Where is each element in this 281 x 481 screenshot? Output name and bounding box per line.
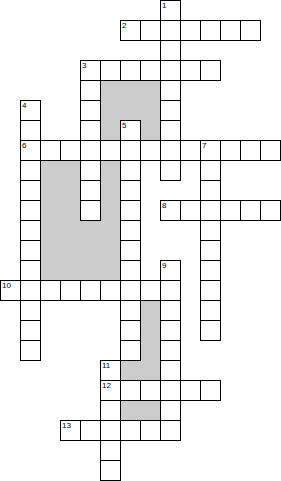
blocked-cell <box>140 80 161 101</box>
crossword-cell[interactable] <box>100 460 121 481</box>
blocked-cell <box>40 160 61 181</box>
blocked-cell <box>60 160 81 181</box>
crossword-cell[interactable] <box>220 200 241 221</box>
crossword-cell[interactable] <box>160 360 181 381</box>
crossword-cell[interactable] <box>80 80 101 101</box>
crossword-cell[interactable] <box>120 260 141 281</box>
crossword-cell[interactable] <box>20 260 41 281</box>
crossword-cell[interactable] <box>20 180 41 201</box>
crossword-cell[interactable] <box>160 380 181 401</box>
crossword-cell[interactable] <box>140 20 161 41</box>
crossword-cell[interactable] <box>220 20 241 41</box>
blocked-cell <box>120 360 141 381</box>
crossword-cell[interactable] <box>20 200 41 221</box>
crossword-cell[interactable] <box>120 380 141 401</box>
crossword-cell[interactable] <box>200 160 221 181</box>
crossword-cell[interactable] <box>180 60 201 81</box>
crossword-cell[interactable] <box>80 420 101 441</box>
crossword-cell[interactable] <box>180 380 201 401</box>
blocked-cell <box>80 260 101 281</box>
crossword-cell[interactable] <box>100 280 121 301</box>
crossword-cell[interactable] <box>160 20 181 41</box>
crossword-cell[interactable] <box>140 140 161 161</box>
crossword-cell[interactable] <box>160 160 181 181</box>
crossword-cell[interactable] <box>120 220 141 241</box>
crossword-cell[interactable] <box>20 280 41 301</box>
crossword-cell[interactable] <box>180 20 201 41</box>
crossword-cell[interactable] <box>20 120 41 141</box>
blocked-cell <box>140 360 161 381</box>
blocked-cell <box>80 220 101 241</box>
crossword-cell[interactable] <box>120 140 141 161</box>
crossword-cell[interactable] <box>100 60 121 81</box>
crossword-cell[interactable] <box>20 240 41 261</box>
crossword-cell[interactable] <box>0 280 21 301</box>
crossword-cell[interactable] <box>80 180 101 201</box>
crossword-cell[interactable] <box>120 340 141 361</box>
crossword-cell[interactable] <box>20 220 41 241</box>
blocked-cell <box>140 400 161 421</box>
blocked-cell <box>100 100 121 121</box>
crossword-cell[interactable] <box>120 320 141 341</box>
crossword-cell[interactable] <box>100 440 121 461</box>
crossword-cell[interactable] <box>120 240 141 261</box>
crossword-cell[interactable] <box>200 380 221 401</box>
blocked-cell <box>100 220 121 241</box>
crossword-cell[interactable] <box>160 420 181 441</box>
crossword-cell[interactable] <box>100 140 121 161</box>
crossword-cell[interactable] <box>140 280 161 301</box>
crossword-cell[interactable] <box>120 180 141 201</box>
crossword-cell[interactable] <box>160 40 181 61</box>
crossword-cell[interactable] <box>260 140 281 161</box>
crossword-cell[interactable] <box>200 200 221 221</box>
crossword-cell[interactable] <box>100 400 121 421</box>
blocked-cell <box>140 340 161 361</box>
crossword-cell[interactable] <box>160 120 181 141</box>
crossword-cell[interactable] <box>60 420 81 441</box>
crossword-cell[interactable] <box>60 280 81 301</box>
blocked-cell <box>60 220 81 241</box>
crossword-cell[interactable] <box>160 0 181 21</box>
crossword-cell[interactable] <box>120 20 141 41</box>
crossword-cell[interactable] <box>100 380 121 401</box>
blocked-cell <box>40 260 61 281</box>
crossword-cell[interactable] <box>120 420 141 441</box>
crossword-cell[interactable] <box>140 60 161 81</box>
blocked-cell <box>140 100 161 121</box>
blocked-cell <box>100 180 121 201</box>
blocked-cell <box>120 80 141 101</box>
blocked-cell <box>60 200 81 221</box>
crossword-cell[interactable] <box>200 60 221 81</box>
crossword-cell[interactable] <box>40 280 61 301</box>
crossword-cell[interactable] <box>200 20 221 41</box>
crossword-cell[interactable] <box>160 60 181 81</box>
crossword-cell[interactable] <box>160 400 181 421</box>
crossword-cell[interactable] <box>200 240 221 261</box>
crossword-cell[interactable] <box>160 340 181 361</box>
crossword-cell[interactable] <box>200 180 221 201</box>
crossword-cell[interactable] <box>80 280 101 301</box>
crossword-cell[interactable] <box>20 160 41 181</box>
blocked-cell <box>140 320 161 341</box>
crossword-cell[interactable] <box>160 100 181 121</box>
blocked-cell <box>60 180 81 201</box>
crossword-cell[interactable] <box>120 160 141 181</box>
crossword-cell[interactable] <box>80 160 101 181</box>
crossword-cell[interactable] <box>160 280 181 301</box>
blocked-cell <box>40 180 61 201</box>
crossword-cell[interactable] <box>140 380 161 401</box>
blocked-cell <box>60 260 81 281</box>
crossword-cell[interactable] <box>80 140 101 161</box>
crossword-cell[interactable] <box>60 140 81 161</box>
crossword-cell[interactable] <box>240 200 261 221</box>
blocked-cell <box>100 160 121 181</box>
crossword-cell[interactable] <box>100 360 121 381</box>
crossword-cell[interactable] <box>240 140 261 161</box>
crossword-cell[interactable] <box>200 280 221 301</box>
blocked-cell <box>100 260 121 281</box>
blocked-cell <box>140 300 161 321</box>
crossword-cell[interactable] <box>160 80 181 101</box>
blocked-cell <box>140 120 161 141</box>
crossword-cell[interactable] <box>200 260 221 281</box>
crossword-cell[interactable] <box>120 60 141 81</box>
blocked-cell <box>100 120 121 141</box>
crossword-cell[interactable] <box>20 140 41 161</box>
crossword-cell[interactable] <box>200 220 221 241</box>
crossword-cell[interactable] <box>20 320 41 341</box>
crossword-cell[interactable] <box>180 140 201 161</box>
crossword-cell[interactable] <box>80 100 101 121</box>
blocked-cell <box>100 200 121 221</box>
crossword-cell[interactable] <box>260 200 281 221</box>
blocked-cell <box>80 240 101 261</box>
crossword-board: 12345678910111213 <box>0 0 281 481</box>
crossword-cell[interactable] <box>240 20 261 41</box>
crossword-cell[interactable] <box>160 260 181 281</box>
blocked-cell <box>40 200 61 221</box>
blocked-cell <box>100 80 121 101</box>
blocked-cell <box>60 240 81 261</box>
crossword-cell[interactable] <box>160 200 181 221</box>
crossword-cell[interactable] <box>200 320 221 341</box>
crossword-cell[interactable] <box>140 420 161 441</box>
crossword-cell[interactable] <box>160 300 181 321</box>
blocked-cell <box>40 220 61 241</box>
crossword-cell[interactable] <box>160 140 181 161</box>
crossword-cell[interactable] <box>20 340 41 361</box>
crossword-cell[interactable] <box>20 100 41 121</box>
blocked-cell <box>120 100 141 121</box>
blocked-cell <box>120 400 141 421</box>
crossword-cell[interactable] <box>120 280 141 301</box>
crossword-cell[interactable] <box>200 140 221 161</box>
crossword-cell[interactable] <box>120 120 141 141</box>
crossword-cell[interactable] <box>220 140 241 161</box>
crossword-cell[interactable] <box>80 120 101 141</box>
crossword-cell[interactable] <box>100 420 121 441</box>
crossword-cell[interactable] <box>120 200 141 221</box>
crossword-cell[interactable] <box>200 300 221 321</box>
crossword-cell[interactable] <box>80 200 101 221</box>
crossword-cell[interactable] <box>20 300 41 321</box>
crossword-cell[interactable] <box>40 140 61 161</box>
crossword-cell[interactable] <box>120 300 141 321</box>
crossword-cell[interactable] <box>80 60 101 81</box>
crossword-cell[interactable] <box>160 320 181 341</box>
blocked-cell <box>40 240 61 261</box>
blocked-cell <box>100 240 121 261</box>
crossword-cell[interactable] <box>180 200 201 221</box>
